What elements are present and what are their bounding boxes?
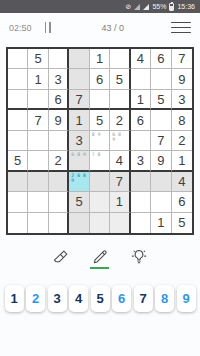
cell-r9c7[interactable] [131,213,151,233]
cell-r3c5[interactable] [90,90,110,110]
cell-r8c3[interactable] [49,192,69,212]
cell-value: 4 [137,51,144,66]
pencil-notes: 2689 [71,173,88,184]
cell-value: 3 [75,133,82,148]
cell-value: 1 [116,194,123,209]
cell-r9c9[interactable]: 5 [172,213,192,233]
hint-button[interactable] [129,248,149,270]
cell-value: 3 [54,72,61,87]
cell-r8c8[interactable] [151,192,171,212]
pencil-icon [91,248,109,266]
cell-value: 5 [35,51,42,66]
pencil-notes: 689 [71,152,88,158]
numpad-button-5[interactable]: 5 [91,285,110,312]
cell-r5c1[interactable] [8,131,28,151]
cell-r8c5[interactable] [90,192,110,212]
battery-icon [169,3,174,11]
cell-value: 9 [54,113,61,128]
cell-r4c4[interactable]: 1 [69,110,89,130]
toolbar [0,248,200,270]
cell-r1c5[interactable]: 1 [90,49,110,69]
cell-value: 6 [178,194,185,209]
cell-r4c5[interactable]: 5 [90,110,110,130]
cell-value: 5 [157,92,164,107]
cell-r2c5[interactable]: 6 [90,69,110,89]
cell-r1c2[interactable]: 5 [28,49,48,69]
cell-r9c2[interactable] [28,213,48,233]
cell-r2c3[interactable]: 3 [49,69,69,89]
cell-r1c8[interactable]: 6 [151,49,171,69]
cell-r7c6[interactable]: 7 [110,172,130,192]
cell-r3c9[interactable]: 3 [172,90,192,110]
cell-r1c7[interactable]: 4 [131,49,151,69]
numpad-button-1[interactable]: 1 [5,285,24,312]
cell-value: 5 [178,215,185,230]
cell-r6c9[interactable]: 1 [172,151,192,171]
pencil-notes: 689 [112,132,128,143]
battery-percent: 55% [152,3,166,10]
cell-r3c3[interactable]: 6 [49,90,69,110]
cell-r5c6[interactable]: 689 [110,131,130,151]
cell-r8c4[interactable]: 5 [69,192,89,212]
cell-r3c4[interactable]: 7 [69,90,89,110]
cell-r1c3[interactable] [49,49,69,69]
cell-r4c2[interactable]: 7 [28,110,48,130]
cell-value: 3 [178,92,185,107]
cell-value: 4 [116,153,123,168]
cell-r6c8[interactable]: 9 [151,151,171,171]
cell-r6c4[interactable]: 689 [69,151,89,171]
numpad-button-7[interactable]: 7 [134,285,153,312]
numpad-button-4[interactable]: 4 [69,285,88,312]
cell-r9c1[interactable] [8,213,28,233]
cell-r4c6[interactable]: 2 [110,110,130,130]
cell-value: 5 [96,113,103,128]
cell-value: 2 [54,153,61,168]
eraser-icon [52,248,70,266]
cell-value: 6 [96,72,103,87]
cell-value: 7 [35,113,42,128]
cell-value: 5 [14,153,21,168]
cell-value: 5 [75,194,82,209]
pencil-button[interactable] [90,248,110,270]
cell-r3c6[interactable] [110,90,130,110]
cell-value: 5 [116,72,123,87]
cell-r3c8[interactable]: 5 [151,90,171,110]
cell-r5c9[interactable]: 2 [172,131,192,151]
cell-r1c4[interactable] [69,49,89,69]
cell-r3c2[interactable] [28,90,48,110]
cell-r9c8[interactable]: 1 [151,213,171,233]
cell-r5c3[interactable] [49,131,69,151]
status-bar: ⊘ 55% 15:36 [0,0,200,13]
game-header: 02:50 43 / 0 [0,13,200,42]
cell-r2c1[interactable] [8,69,28,89]
cell-r6c7[interactable]: 3 [131,151,151,171]
cell-r1c6[interactable] [110,49,130,69]
pause-button[interactable] [43,20,53,35]
cell-r6c3[interactable]: 2 [49,151,69,171]
numpad-button-2[interactable]: 2 [26,285,45,312]
app-screen: ⊘ 55% 15:36 02:50 43 / 0 514671365967153… [0,0,200,356]
cell-r1c1[interactable] [8,49,28,69]
cell-r8c2[interactable] [28,192,48,212]
cell-r7c7[interactable] [131,172,151,192]
cell-value: 1 [178,153,185,168]
cell-r2c6[interactable]: 5 [110,69,130,89]
cell-r8c9[interactable]: 6 [172,192,192,212]
cell-value: 9 [157,153,164,168]
cell-r7c8[interactable] [151,172,171,192]
cell-value: 1 [137,92,144,107]
sudoku-board: 5146713659671537915268389689725268978439… [6,47,194,235]
cell-value: 1 [75,113,82,128]
numpad-button-6[interactable]: 6 [112,285,131,312]
lightbulb-icon [130,248,148,266]
numpad-button-8[interactable]: 8 [155,285,174,312]
numpad-button-9[interactable]: 9 [177,285,196,312]
cell-r4c3[interactable]: 9 [49,110,69,130]
cell-r2c7[interactable] [131,69,151,89]
cell-r7c9[interactable]: 4 [172,172,192,192]
cell-value: 8 [178,113,185,128]
eraser-button[interactable] [51,248,71,270]
pencil-active-underline [90,267,109,269]
cell-r9c4[interactable] [69,213,89,233]
timer: 02:50 [9,23,32,33]
cell-value: 1 [35,72,42,87]
cell-r8c1[interactable] [8,192,28,212]
cell-r5c8[interactable]: 7 [151,131,171,151]
cell-value: 1 [96,51,103,66]
cell-value: 6 [54,92,61,107]
cell-r2c9[interactable]: 9 [172,69,192,89]
cellular-signal-icon [143,4,149,10]
cell-r6c6[interactable]: 4 [110,151,130,171]
cell-value: 1 [157,215,164,230]
cell-value: 6 [137,113,144,128]
cell-value: 7 [157,133,164,148]
cell-r9c5[interactable] [90,213,110,233]
cell-r1c9[interactable]: 7 [172,49,192,69]
cell-r6c1[interactable]: 5 [8,151,28,171]
cell-r7c5[interactable] [90,172,110,192]
cell-r3c1[interactable] [8,90,28,110]
cell-r4c7[interactable]: 6 [131,110,151,130]
cell-r4c1[interactable] [8,110,28,130]
cell-r4c8[interactable] [151,110,171,130]
cell-r8c6[interactable]: 1 [110,192,130,212]
cell-value: 4 [178,174,185,189]
cell-value: 2 [116,113,123,128]
cell-r9c3[interactable] [49,213,69,233]
cell-value: 7 [75,92,82,107]
cell-r7c4[interactable]: 2689 [69,172,89,192]
cell-value: 2 [178,133,185,148]
cell-r5c4[interactable]: 3 [69,131,89,151]
pencil-notes: 78 [92,152,109,158]
cell-r7c1[interactable] [8,172,28,192]
cell-r5c2[interactable] [28,131,48,151]
do-not-disturb-icon: ⊘ [126,3,132,10]
status-time: 15:36 [177,3,195,10]
cell-r3c7[interactable]: 1 [131,90,151,110]
cell-value: 7 [116,174,123,189]
cell-r7c2[interactable] [28,172,48,192]
numpad-button-3[interactable]: 3 [48,285,67,312]
score-counter: 43 / 0 [53,23,171,33]
cell-value: 9 [178,72,185,87]
cell-r2c8[interactable] [151,69,171,89]
cell-r5c7[interactable] [131,131,151,151]
cell-r5c5[interactable]: 89 [90,131,110,151]
cell-r8c7[interactable] [131,192,151,212]
cell-r7c3[interactable] [49,172,69,192]
cell-r9c6[interactable] [110,213,130,233]
cell-value: 3 [137,153,144,168]
cell-r2c4[interactable] [69,69,89,89]
cell-value: 7 [178,51,185,66]
cell-r2c2[interactable]: 1 [28,69,48,89]
cell-r6c2[interactable] [28,151,48,171]
pencil-notes: 89 [92,132,109,138]
cell-r4c9[interactable]: 8 [172,110,192,130]
cell-value: 6 [157,51,164,66]
hamburger-menu-button[interactable] [171,16,191,38]
number-pad: 123456789 [0,285,200,312]
wifi-signal-icon [134,4,140,10]
cell-r6c5[interactable]: 78 [90,151,110,171]
